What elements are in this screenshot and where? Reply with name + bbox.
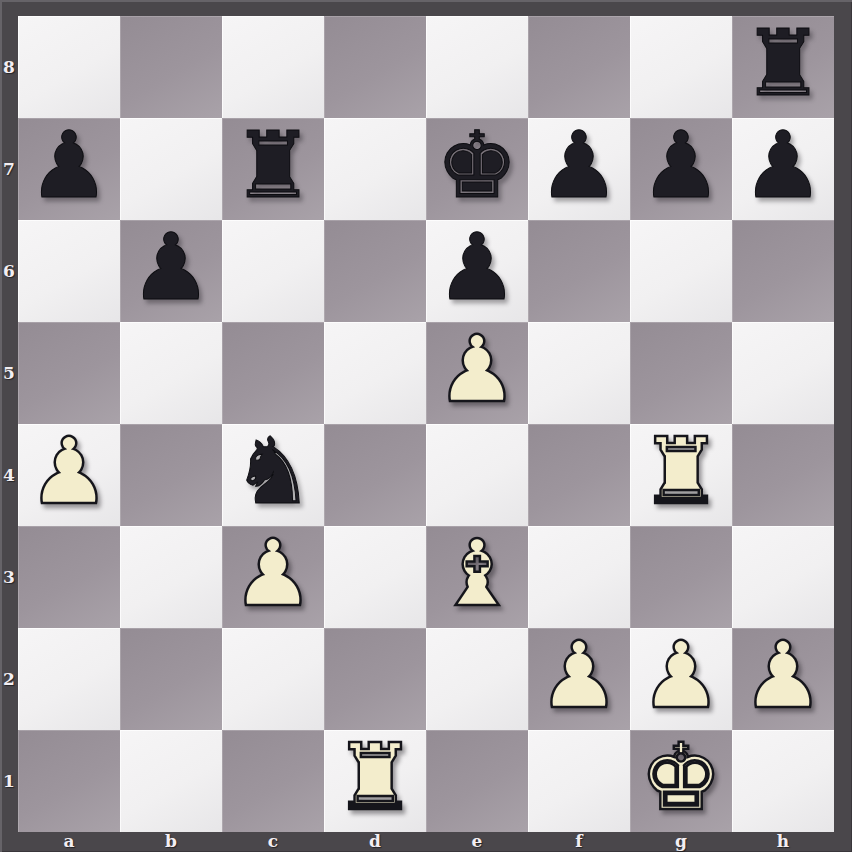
piece-white-pawn-e5[interactable]: ♟ — [436, 324, 518, 416]
square-c4[interactable]: ♞ — [222, 424, 324, 526]
rank-label-5: 5 — [0, 322, 18, 424]
square-h4[interactable] — [732, 424, 834, 526]
rank-label-8: 8 — [0, 16, 18, 118]
chess-board-frame: 87654321 ♜♟♜♚♟♟♟♟♟♟♟♞♜♟♝♟♟♟♜♚ abcdefgh — [0, 0, 852, 852]
square-f7[interactable]: ♟ — [528, 118, 630, 220]
piece-black-knight-c4[interactable]: ♞ — [232, 426, 314, 518]
file-label-g: g — [630, 832, 732, 852]
square-a4[interactable]: ♟ — [18, 424, 120, 526]
rank-labels: 87654321 — [0, 16, 18, 832]
square-f6[interactable] — [528, 220, 630, 322]
piece-black-pawn-f7[interactable]: ♟ — [538, 120, 620, 212]
rank-label-1: 1 — [0, 730, 18, 832]
square-b8[interactable] — [120, 16, 222, 118]
square-h2[interactable]: ♟ — [732, 628, 834, 730]
piece-black-rook-c7[interactable]: ♜ — [232, 120, 314, 212]
file-label-c: c — [222, 832, 324, 852]
piece-black-pawn-h7[interactable]: ♟ — [742, 120, 824, 212]
square-a3[interactable] — [18, 526, 120, 628]
square-c2[interactable] — [222, 628, 324, 730]
square-e8[interactable] — [426, 16, 528, 118]
piece-black-rook-h8[interactable]: ♜ — [742, 18, 824, 110]
square-b5[interactable] — [120, 322, 222, 424]
rank-label-4: 4 — [0, 424, 18, 526]
square-a5[interactable] — [18, 322, 120, 424]
square-c7[interactable]: ♜ — [222, 118, 324, 220]
square-d2[interactable] — [324, 628, 426, 730]
square-c1[interactable] — [222, 730, 324, 832]
piece-black-pawn-a7[interactable]: ♟ — [28, 120, 110, 212]
square-b6[interactable]: ♟ — [120, 220, 222, 322]
square-b3[interactable] — [120, 526, 222, 628]
square-e1[interactable] — [426, 730, 528, 832]
file-label-f: f — [528, 832, 630, 852]
square-h3[interactable] — [732, 526, 834, 628]
piece-black-pawn-g7[interactable]: ♟ — [640, 120, 722, 212]
square-a6[interactable] — [18, 220, 120, 322]
square-f4[interactable] — [528, 424, 630, 526]
piece-white-pawn-g2[interactable]: ♟ — [640, 630, 722, 722]
square-g7[interactable]: ♟ — [630, 118, 732, 220]
piece-black-pawn-b6[interactable]: ♟ — [130, 222, 212, 314]
square-h6[interactable] — [732, 220, 834, 322]
square-e4[interactable] — [426, 424, 528, 526]
square-d7[interactable] — [324, 118, 426, 220]
square-a2[interactable] — [18, 628, 120, 730]
square-h5[interactable] — [732, 322, 834, 424]
square-d6[interactable] — [324, 220, 426, 322]
square-b7[interactable] — [120, 118, 222, 220]
square-g1[interactable]: ♚ — [630, 730, 732, 832]
square-c3[interactable]: ♟ — [222, 526, 324, 628]
file-label-h: h — [732, 832, 834, 852]
file-label-e: e — [426, 832, 528, 852]
file-label-d: d — [324, 832, 426, 852]
square-d1[interactable]: ♜ — [324, 730, 426, 832]
square-f2[interactable]: ♟ — [528, 628, 630, 730]
square-e2[interactable] — [426, 628, 528, 730]
piece-white-pawn-h2[interactable]: ♟ — [742, 630, 824, 722]
square-d8[interactable] — [324, 16, 426, 118]
square-e6[interactable]: ♟ — [426, 220, 528, 322]
square-c6[interactable] — [222, 220, 324, 322]
square-g3[interactable] — [630, 526, 732, 628]
chess-board: ♜♟♜♚♟♟♟♟♟♟♟♞♜♟♝♟♟♟♜♚ — [18, 16, 834, 832]
piece-white-pawn-a4[interactable]: ♟ — [28, 426, 110, 518]
piece-black-pawn-e6[interactable]: ♟ — [436, 222, 518, 314]
square-f3[interactable] — [528, 526, 630, 628]
piece-white-rook-g4[interactable]: ♜ — [640, 426, 722, 518]
square-e5[interactable]: ♟ — [426, 322, 528, 424]
piece-white-bishop-e3[interactable]: ♝ — [436, 528, 518, 620]
piece-white-rook-d1[interactable]: ♜ — [334, 732, 416, 824]
piece-white-pawn-c3[interactable]: ♟ — [232, 528, 314, 620]
square-f1[interactable] — [528, 730, 630, 832]
square-b1[interactable] — [120, 730, 222, 832]
square-a1[interactable] — [18, 730, 120, 832]
square-c8[interactable] — [222, 16, 324, 118]
square-h8[interactable]: ♜ — [732, 16, 834, 118]
file-label-a: a — [18, 832, 120, 852]
square-a8[interactable] — [18, 16, 120, 118]
square-e7[interactable]: ♚ — [426, 118, 528, 220]
file-label-b: b — [120, 832, 222, 852]
square-h1[interactable] — [732, 730, 834, 832]
square-g6[interactable] — [630, 220, 732, 322]
square-c5[interactable] — [222, 322, 324, 424]
rank-label-2: 2 — [0, 628, 18, 730]
piece-black-king-e7[interactable]: ♚ — [436, 120, 518, 212]
square-d4[interactable] — [324, 424, 426, 526]
square-g8[interactable] — [630, 16, 732, 118]
file-labels: abcdefgh — [18, 832, 834, 852]
square-d3[interactable] — [324, 526, 426, 628]
square-b2[interactable] — [120, 628, 222, 730]
square-f8[interactable] — [528, 16, 630, 118]
piece-white-pawn-f2[interactable]: ♟ — [538, 630, 620, 722]
square-g5[interactable] — [630, 322, 732, 424]
rank-label-6: 6 — [0, 220, 18, 322]
square-g4[interactable]: ♜ — [630, 424, 732, 526]
square-h7[interactable]: ♟ — [732, 118, 834, 220]
square-d5[interactable] — [324, 322, 426, 424]
piece-white-king-g1[interactable]: ♚ — [640, 732, 722, 824]
square-g2[interactable]: ♟ — [630, 628, 732, 730]
square-e3[interactable]: ♝ — [426, 526, 528, 628]
square-a7[interactable]: ♟ — [18, 118, 120, 220]
square-f5[interactable] — [528, 322, 630, 424]
rank-label-3: 3 — [0, 526, 18, 628]
square-b4[interactable] — [120, 424, 222, 526]
rank-label-7: 7 — [0, 118, 18, 220]
